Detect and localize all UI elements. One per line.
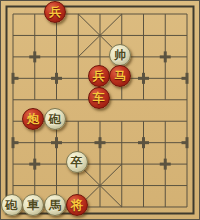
piece-ivory-cannon[interactable]: 砲 bbox=[44, 108, 66, 130]
piece-ivory-cannon[interactable]: 砲 bbox=[1, 194, 23, 216]
piece-red-soldier[interactable]: 兵 bbox=[88, 65, 110, 87]
piece-ivory-general[interactable]: 帅 bbox=[109, 44, 131, 66]
piece-ivory-horse[interactable]: 馬 bbox=[44, 194, 66, 216]
xiangqi-board[interactable]: 兵帅兵马车炮砲卒砲車馬将 bbox=[0, 0, 200, 220]
piece-ivory-soldier[interactable]: 卒 bbox=[66, 151, 88, 173]
piece-ivory-chariot[interactable]: 車 bbox=[22, 194, 44, 216]
piece-red-chariot[interactable]: 车 bbox=[88, 87, 110, 109]
piece-red-cannon[interactable]: 炮 bbox=[22, 108, 44, 130]
piece-red-general[interactable]: 将 bbox=[66, 194, 88, 216]
piece-red-soldier[interactable]: 兵 bbox=[44, 1, 66, 23]
piece-red-horse[interactable]: 马 bbox=[109, 65, 131, 87]
